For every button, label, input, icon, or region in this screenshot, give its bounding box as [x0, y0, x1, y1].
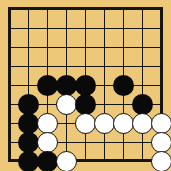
intersection-A6[interactable]	[0, 57, 19, 76]
intersection-H5[interactable]	[133, 76, 152, 95]
intersection-D7[interactable]	[57, 38, 76, 57]
intersection-E6[interactable]	[76, 57, 95, 76]
intersection-C4[interactable]	[38, 95, 57, 114]
black-stone	[113, 75, 134, 96]
intersection-J4[interactable]	[152, 95, 171, 114]
white-stone	[113, 113, 134, 134]
intersection-H8[interactable]	[133, 19, 152, 38]
intersection-C6[interactable]	[38, 57, 57, 76]
intersection-F4[interactable]	[95, 95, 114, 114]
white-stone	[151, 151, 171, 171]
intersection-F6[interactable]	[95, 57, 114, 76]
intersection-E4[interactable]	[76, 95, 95, 114]
intersection-C1[interactable]	[38, 152, 57, 171]
intersection-D2[interactable]	[57, 133, 76, 152]
intersection-F8[interactable]	[95, 19, 114, 38]
intersection-E2[interactable]	[76, 133, 95, 152]
intersection-F5[interactable]	[95, 76, 114, 95]
black-stone	[37, 75, 58, 96]
intersection-G6[interactable]	[114, 57, 133, 76]
white-stone	[94, 113, 115, 134]
intersection-A9[interactable]	[0, 0, 19, 19]
intersection-F1[interactable]	[95, 152, 114, 171]
intersection-D8[interactable]	[57, 19, 76, 38]
intersection-B6[interactable]	[19, 57, 38, 76]
intersection-E3[interactable]	[76, 114, 95, 133]
intersection-G1[interactable]	[114, 152, 133, 171]
intersection-J6[interactable]	[152, 57, 171, 76]
intersection-C5[interactable]	[38, 76, 57, 95]
intersection-H9[interactable]	[133, 0, 152, 19]
intersection-H1[interactable]	[133, 152, 152, 171]
intersection-J8[interactable]	[152, 19, 171, 38]
black-stone	[75, 75, 96, 96]
intersection-A8[interactable]	[0, 19, 19, 38]
intersection-B2[interactable]	[19, 133, 38, 152]
black-stone	[132, 94, 153, 115]
intersection-F3[interactable]	[95, 114, 114, 133]
intersection-C9[interactable]	[38, 0, 57, 19]
intersection-B9[interactable]	[19, 0, 38, 19]
intersection-G3[interactable]	[114, 114, 133, 133]
intersection-D4[interactable]	[57, 95, 76, 114]
black-stone	[18, 151, 39, 171]
intersection-H7[interactable]	[133, 38, 152, 57]
intersection-C2[interactable]	[38, 133, 57, 152]
intersection-J2[interactable]	[152, 133, 171, 152]
intersection-B8[interactable]	[19, 19, 38, 38]
go-board	[0, 0, 171, 171]
white-stone	[56, 94, 77, 115]
black-stone	[18, 132, 39, 153]
intersection-C3[interactable]	[38, 114, 57, 133]
intersection-A2[interactable]	[0, 133, 19, 152]
intersection-D1[interactable]	[57, 152, 76, 171]
intersection-D6[interactable]	[57, 57, 76, 76]
intersection-A3[interactable]	[0, 114, 19, 133]
intersection-E8[interactable]	[76, 19, 95, 38]
go-board-diagram	[0, 0, 171, 171]
intersection-D9[interactable]	[57, 0, 76, 19]
black-stone	[37, 151, 58, 171]
white-stone	[132, 113, 153, 134]
white-stone	[56, 151, 77, 171]
intersection-B1[interactable]	[19, 152, 38, 171]
black-stone	[18, 113, 39, 134]
black-stone	[18, 94, 39, 115]
intersection-F9[interactable]	[95, 0, 114, 19]
white-stone	[37, 132, 58, 153]
intersection-J3[interactable]	[152, 114, 171, 133]
intersection-B7[interactable]	[19, 38, 38, 57]
intersection-G5[interactable]	[114, 76, 133, 95]
intersection-G4[interactable]	[114, 95, 133, 114]
intersection-G9[interactable]	[114, 0, 133, 19]
intersection-H4[interactable]	[133, 95, 152, 114]
intersection-G7[interactable]	[114, 38, 133, 57]
intersection-D5[interactable]	[57, 76, 76, 95]
intersection-E1[interactable]	[76, 152, 95, 171]
intersection-J5[interactable]	[152, 76, 171, 95]
intersection-A1[interactable]	[0, 152, 19, 171]
black-stone	[75, 94, 96, 115]
intersection-A7[interactable]	[0, 38, 19, 57]
intersection-J7[interactable]	[152, 38, 171, 57]
intersection-H2[interactable]	[133, 133, 152, 152]
intersection-C7[interactable]	[38, 38, 57, 57]
intersection-J1[interactable]	[152, 152, 171, 171]
intersection-A4[interactable]	[0, 95, 19, 114]
intersection-C8[interactable]	[38, 19, 57, 38]
intersection-E7[interactable]	[76, 38, 95, 57]
intersection-E9[interactable]	[76, 0, 95, 19]
intersection-G8[interactable]	[114, 19, 133, 38]
white-stone	[75, 113, 96, 134]
intersection-B4[interactable]	[19, 95, 38, 114]
white-stone	[37, 113, 58, 134]
intersection-F2[interactable]	[95, 133, 114, 152]
intersection-G2[interactable]	[114, 133, 133, 152]
intersection-H3[interactable]	[133, 114, 152, 133]
white-stone	[151, 113, 171, 134]
intersection-H6[interactable]	[133, 57, 152, 76]
white-stone	[151, 132, 171, 153]
intersection-J9[interactable]	[152, 0, 171, 19]
intersection-F7[interactable]	[95, 38, 114, 57]
intersection-B5[interactable]	[19, 76, 38, 95]
intersection-B3[interactable]	[19, 114, 38, 133]
intersection-A5[interactable]	[0, 76, 19, 95]
intersection-D3[interactable]	[57, 114, 76, 133]
black-stone	[56, 75, 77, 96]
intersection-E5[interactable]	[76, 76, 95, 95]
